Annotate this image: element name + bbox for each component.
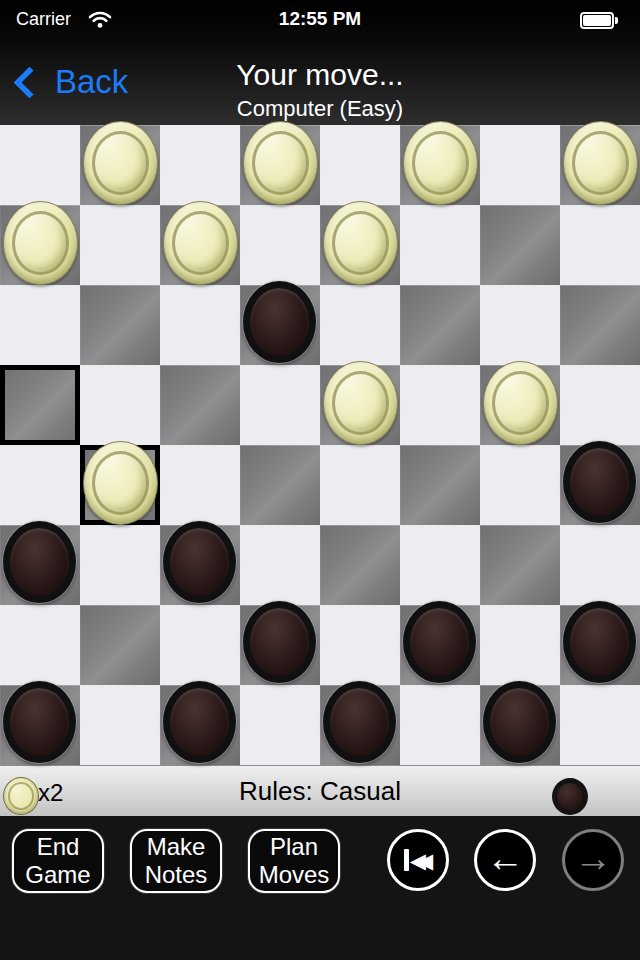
make-notes-button[interactable]: Make Notes	[130, 829, 222, 893]
square-r5c1	[80, 525, 160, 605]
square-r4c5[interactable]	[400, 445, 480, 525]
left-arrow-icon: ←	[486, 839, 524, 877]
square-r0c1[interactable]	[80, 125, 160, 205]
square-r3c3	[240, 365, 320, 445]
square-r6c0	[0, 605, 80, 685]
square-r1c2[interactable]	[160, 205, 240, 285]
yellow-piece[interactable]	[323, 201, 398, 285]
square-r5c3	[240, 525, 320, 605]
square-r1c4[interactable]	[320, 205, 400, 285]
square-r0c5[interactable]	[400, 125, 480, 205]
square-r7c6[interactable]	[480, 685, 560, 765]
yellow-piece[interactable]	[563, 121, 638, 205]
square-r2c3[interactable]	[240, 285, 320, 365]
square-r0c6	[480, 125, 560, 205]
black-piece[interactable]	[163, 521, 236, 603]
checkers-board	[0, 125, 640, 765]
yellow-piece[interactable]	[243, 121, 318, 205]
black-piece[interactable]	[163, 681, 236, 763]
square-r3c2[interactable]	[160, 365, 240, 445]
yellow-piece[interactable]	[83, 121, 158, 205]
square-r2c1[interactable]	[80, 285, 160, 365]
info-bar: x2 Rules: Casual	[0, 765, 640, 816]
black-piece[interactable]	[483, 681, 556, 763]
yellow-piece[interactable]	[83, 441, 158, 525]
black-piece[interactable]	[243, 601, 316, 683]
right-arrow-icon: →	[574, 839, 612, 877]
square-r0c3[interactable]	[240, 125, 320, 205]
step-forward-button[interactable]: →	[562, 829, 624, 891]
square-r6c3[interactable]	[240, 605, 320, 685]
square-r4c2	[160, 445, 240, 525]
square-r6c2	[160, 605, 240, 685]
yellow-piece[interactable]	[483, 361, 558, 445]
battery-nub	[615, 17, 618, 24]
square-r6c4	[320, 605, 400, 685]
black-piece[interactable]	[403, 601, 476, 683]
square-r5c4[interactable]	[320, 525, 400, 605]
square-r2c4	[320, 285, 400, 365]
square-r3c5	[400, 365, 480, 445]
checkers-app-screen: Carrier 12:55 PM Back Your move... Compu…	[0, 0, 640, 960]
rewind-icon: ◀◀	[404, 849, 432, 871]
square-r4c1[interactable]	[80, 445, 160, 525]
square-r4c0	[0, 445, 80, 525]
square-r0c2	[160, 125, 240, 205]
square-r7c5	[400, 685, 480, 765]
black-piece[interactable]	[563, 601, 636, 683]
yellow-piece[interactable]	[403, 121, 478, 205]
battery-icon	[580, 12, 614, 29]
black-piece[interactable]	[3, 521, 76, 603]
make-notes-label-line1: Make	[132, 833, 220, 861]
square-r2c2	[160, 285, 240, 365]
square-r7c2[interactable]	[160, 685, 240, 765]
square-r7c1	[80, 685, 160, 765]
square-r5c5	[400, 525, 480, 605]
square-r6c6	[480, 605, 560, 685]
square-r2c6	[480, 285, 560, 365]
rewind-to-start-button[interactable]: ◀◀	[387, 829, 449, 891]
square-r4c4	[320, 445, 400, 525]
clock: 12:55 PM	[0, 8, 640, 30]
end-game-label-line2: Game	[14, 861, 102, 889]
black-piece[interactable]	[323, 681, 396, 763]
square-r7c4[interactable]	[320, 685, 400, 765]
step-back-button[interactable]: ←	[474, 829, 536, 891]
square-r1c5	[400, 205, 480, 285]
square-r3c0[interactable]	[0, 365, 80, 445]
yellow-piece[interactable]	[163, 201, 238, 285]
square-r5c0[interactable]	[0, 525, 80, 605]
plan-moves-label-line1: Plan	[250, 833, 338, 861]
square-r1c3	[240, 205, 320, 285]
yellow-piece[interactable]	[3, 201, 78, 285]
square-r4c6	[480, 445, 560, 525]
end-game-button[interactable]: End Game	[12, 829, 104, 893]
square-r5c6[interactable]	[480, 525, 560, 605]
square-r3c7	[560, 365, 640, 445]
square-r0c4	[320, 125, 400, 205]
plan-moves-button[interactable]: Plan Moves	[248, 829, 340, 893]
black-piece[interactable]	[563, 441, 636, 523]
square-r7c7	[560, 685, 640, 765]
square-r2c0	[0, 285, 80, 365]
square-r1c1	[80, 205, 160, 285]
square-r5c2[interactable]	[160, 525, 240, 605]
page-title: Your move...	[0, 58, 640, 92]
square-r7c3	[240, 685, 320, 765]
black-piece[interactable]	[243, 281, 316, 363]
square-r0c0	[0, 125, 80, 205]
square-r1c7	[560, 205, 640, 285]
bottom-toolbar: End Game Make Notes Plan Moves ◀◀ ← →	[0, 816, 640, 960]
square-r0c7[interactable]	[560, 125, 640, 205]
plan-moves-label-line2: Moves	[250, 861, 338, 889]
square-r1c0[interactable]	[0, 205, 80, 285]
square-r3c4[interactable]	[320, 365, 400, 445]
square-r3c6[interactable]	[480, 365, 560, 445]
square-r4c3[interactable]	[240, 445, 320, 525]
make-notes-label-line2: Notes	[132, 861, 220, 889]
rules-label: Rules: Casual	[0, 776, 640, 807]
square-r2c7[interactable]	[560, 285, 640, 365]
square-r7c0[interactable]	[0, 685, 80, 765]
header: Carrier 12:55 PM Back Your move... Compu…	[0, 0, 640, 125]
black-captured-piece-icon	[552, 778, 588, 815]
status-bar: Carrier 12:55 PM	[0, 0, 640, 42]
end-game-label-line1: End	[14, 833, 102, 861]
square-r3c1	[80, 365, 160, 445]
square-r5c7	[560, 525, 640, 605]
black-piece[interactable]	[3, 681, 76, 763]
square-r6c1[interactable]	[80, 605, 160, 685]
opponent-label: Computer (Easy)	[0, 96, 640, 122]
square-r1c6[interactable]	[480, 205, 560, 285]
square-r2c5[interactable]	[400, 285, 480, 365]
square-r6c7[interactable]	[560, 605, 640, 685]
square-r4c7[interactable]	[560, 445, 640, 525]
square-r6c5[interactable]	[400, 605, 480, 685]
yellow-piece[interactable]	[323, 361, 398, 445]
